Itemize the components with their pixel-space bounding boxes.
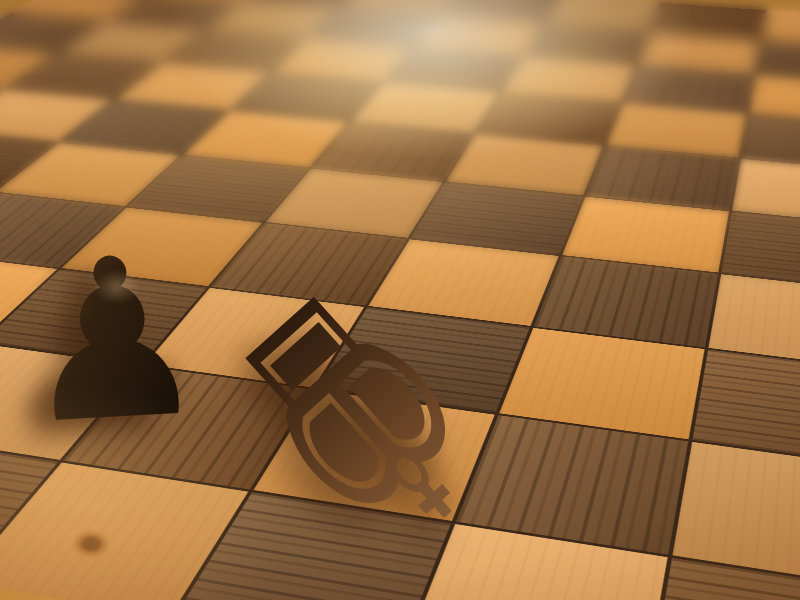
king-glyph: ♚ bbox=[175, 226, 542, 600]
standing-pawn-piece[interactable]: ♟ bbox=[18, 235, 208, 445]
pawn-glyph: ♟ bbox=[14, 225, 211, 456]
fallen-king-piece[interactable]: ♚ bbox=[189, 250, 529, 580]
photo-scene: ♚ ♟ bbox=[0, 0, 800, 600]
